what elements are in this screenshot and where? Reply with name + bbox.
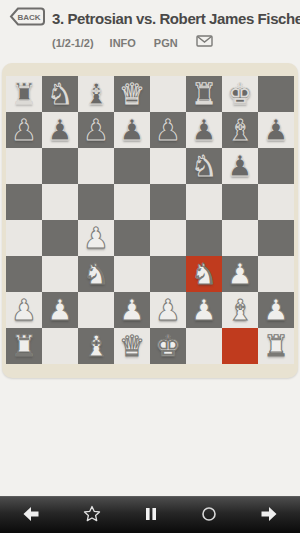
square-e6[interactable] xyxy=(150,148,186,184)
square-c3[interactable]: ♞ xyxy=(78,256,114,292)
square-g1[interactable] xyxy=(222,328,258,364)
square-h3[interactable] xyxy=(258,256,294,292)
back-button-label: BACK xyxy=(17,13,40,22)
square-a1[interactable]: ♜ xyxy=(6,328,42,364)
square-b5[interactable] xyxy=(42,184,78,220)
square-f2[interactable]: ♟ xyxy=(186,292,222,328)
square-g2[interactable]: ♝ xyxy=(222,292,258,328)
square-e5[interactable] xyxy=(150,184,186,220)
square-f5[interactable] xyxy=(186,184,222,220)
square-e3[interactable] xyxy=(150,256,186,292)
square-b1[interactable] xyxy=(42,328,78,364)
square-d4[interactable] xyxy=(114,220,150,256)
square-d6[interactable] xyxy=(114,148,150,184)
square-b8[interactable]: ♞ xyxy=(42,76,78,112)
square-h7[interactable]: ♟ xyxy=(258,112,294,148)
square-c8[interactable]: ♝ xyxy=(78,76,114,112)
piece-white-knight[interactable]: ♞ xyxy=(191,260,217,289)
square-e1[interactable]: ♚ xyxy=(150,328,186,364)
chess-board: ♜♞♝♛♜♚♟♟♟♟♟♟♝♟♞♟♟♞♞♟♟♟♟♟♟♝♟♜♝♛♚♜ xyxy=(6,76,294,364)
piece-white-pawn[interactable]: ♟ xyxy=(263,296,289,325)
square-a7[interactable]: ♟ xyxy=(6,112,42,148)
square-a5[interactable] xyxy=(6,184,42,220)
page-title: 3. Petrosian vs. Robert James Fischer xyxy=(52,10,300,27)
square-h4[interactable] xyxy=(258,220,294,256)
square-c1[interactable]: ♝ xyxy=(78,328,114,364)
tab-pgn[interactable]: PGN xyxy=(154,37,178,49)
square-b6[interactable] xyxy=(42,148,78,184)
next-move-button[interactable] xyxy=(252,502,286,529)
piece-black-pawn[interactable]: ♟ xyxy=(227,152,253,181)
square-h5[interactable] xyxy=(258,184,294,220)
square-d3[interactable] xyxy=(114,256,150,292)
square-d5[interactable] xyxy=(114,184,150,220)
arrow-right-icon xyxy=(260,506,278,522)
square-h2[interactable]: ♟ xyxy=(258,292,294,328)
board-frame: ♜♞♝♛♜♚♟♟♟♟♟♟♝♟♞♟♟♞♞♟♟♟♟♟♟♝♟♜♝♛♚♜ xyxy=(2,63,298,378)
square-d8[interactable]: ♛ xyxy=(114,76,150,112)
piece-black-rook[interactable]: ♜ xyxy=(191,80,217,109)
square-h6[interactable] xyxy=(258,148,294,184)
piece-black-knight[interactable]: ♞ xyxy=(191,152,217,181)
square-d2[interactable]: ♟ xyxy=(114,292,150,328)
square-c5[interactable] xyxy=(78,184,114,220)
piece-black-knight[interactable]: ♞ xyxy=(47,80,73,109)
square-d7[interactable]: ♟ xyxy=(114,112,150,148)
piece-white-pawn[interactable]: ♟ xyxy=(47,296,73,325)
result-label: (1/2-1/2) xyxy=(52,37,94,49)
piece-white-pawn[interactable]: ♟ xyxy=(191,296,217,325)
piece-white-queen[interactable]: ♛ xyxy=(119,332,145,361)
piece-white-pawn[interactable]: ♟ xyxy=(83,224,109,253)
square-a4[interactable] xyxy=(6,220,42,256)
bookmark-button[interactable] xyxy=(75,501,109,529)
piece-black-pawn[interactable]: ♟ xyxy=(11,116,37,145)
playback-toolbar xyxy=(0,496,300,533)
square-g7[interactable]: ♝ xyxy=(222,112,258,148)
square-f6[interactable]: ♞ xyxy=(186,148,222,184)
piece-black-bishop[interactable]: ♝ xyxy=(83,80,109,109)
square-g8[interactable]: ♚ xyxy=(222,76,258,112)
square-c2[interactable] xyxy=(78,292,114,328)
piece-black-pawn[interactable]: ♟ xyxy=(83,116,109,145)
piece-black-pawn[interactable]: ♟ xyxy=(47,116,73,145)
piece-white-bishop[interactable]: ♝ xyxy=(83,332,109,361)
square-b3[interactable] xyxy=(42,256,78,292)
square-f8[interactable]: ♜ xyxy=(186,76,222,112)
square-f4[interactable] xyxy=(186,220,222,256)
piece-white-pawn[interactable]: ♟ xyxy=(119,296,145,325)
back-button[interactable]: BACK xyxy=(8,7,46,29)
square-b7[interactable]: ♟ xyxy=(42,112,78,148)
square-e2[interactable]: ♟ xyxy=(150,292,186,328)
piece-black-pawn[interactable]: ♟ xyxy=(191,116,217,145)
square-c6[interactable] xyxy=(78,148,114,184)
piece-black-pawn[interactable]: ♟ xyxy=(119,116,145,145)
square-g5[interactable] xyxy=(222,184,258,220)
replay-button[interactable] xyxy=(193,502,225,529)
piece-black-pawn[interactable]: ♟ xyxy=(155,116,181,145)
square-f3[interactable]: ♞ xyxy=(186,256,222,292)
square-e4[interactable] xyxy=(150,220,186,256)
square-h8[interactable] xyxy=(258,76,294,112)
piece-white-knight[interactable]: ♞ xyxy=(83,260,109,289)
piece-white-pawn[interactable]: ♟ xyxy=(155,296,181,325)
piece-white-rook[interactable]: ♜ xyxy=(263,332,289,361)
piece-black-rook[interactable]: ♜ xyxy=(11,80,37,109)
square-h1[interactable]: ♜ xyxy=(258,328,294,364)
square-f1[interactable] xyxy=(186,328,222,364)
square-f7[interactable]: ♟ xyxy=(186,112,222,148)
piece-white-pawn[interactable]: ♟ xyxy=(11,296,37,325)
arrow-left-icon xyxy=(22,506,40,522)
pause-icon xyxy=(145,507,157,521)
square-a6[interactable] xyxy=(6,148,42,184)
piece-white-pawn[interactable]: ♟ xyxy=(227,260,253,289)
square-e7[interactable]: ♟ xyxy=(150,112,186,148)
square-e8[interactable] xyxy=(150,76,186,112)
square-b2[interactable]: ♟ xyxy=(42,292,78,328)
tab-info[interactable]: INFO xyxy=(110,37,136,49)
star-icon xyxy=(83,505,101,522)
back-button-shape: BACK xyxy=(8,7,46,26)
square-b4[interactable] xyxy=(42,220,78,256)
square-g6[interactable]: ♟ xyxy=(222,148,258,184)
envelope-icon xyxy=(196,35,213,47)
mail-button[interactable] xyxy=(196,35,213,50)
circle-icon xyxy=(201,506,217,522)
square-g3[interactable]: ♟ xyxy=(222,256,258,292)
piece-black-king[interactable]: ♚ xyxy=(227,80,253,109)
pause-button[interactable] xyxy=(137,503,165,528)
square-a2[interactable]: ♟ xyxy=(6,292,42,328)
square-c4[interactable]: ♟ xyxy=(78,220,114,256)
header: BACK 3. Petrosian vs. Robert James Fisch… xyxy=(0,0,300,50)
square-a8[interactable]: ♜ xyxy=(6,76,42,112)
previous-move-button[interactable] xyxy=(14,502,48,529)
piece-white-rook[interactable]: ♜ xyxy=(11,332,37,361)
piece-black-pawn[interactable]: ♟ xyxy=(263,116,289,145)
square-a3[interactable] xyxy=(6,256,42,292)
piece-white-king[interactable]: ♚ xyxy=(155,332,181,361)
square-c7[interactable]: ♟ xyxy=(78,112,114,148)
square-g4[interactable] xyxy=(222,220,258,256)
piece-black-queen[interactable]: ♛ xyxy=(119,80,145,109)
piece-white-bishop[interactable]: ♝ xyxy=(227,296,253,325)
square-d1[interactable]: ♛ xyxy=(114,328,150,364)
piece-black-bishop[interactable]: ♝ xyxy=(227,116,253,145)
